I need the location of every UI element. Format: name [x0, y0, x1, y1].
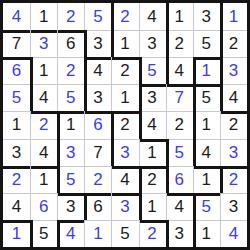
cell-r6c2[interactable]: 4 [30, 139, 57, 166]
cell-r2c6[interactable]: 3 [139, 30, 166, 57]
cell-r5c6[interactable]: 4 [139, 111, 166, 138]
cell-r2c3[interactable]: 6 [57, 30, 84, 57]
cell-r1c2[interactable]: 1 [30, 3, 57, 30]
cell-r1c6[interactable]: 4 [139, 3, 166, 30]
cell-r9c5[interactable]: 5 [111, 220, 138, 247]
cell-r6c4[interactable]: 7 [84, 139, 111, 166]
cell-r4c2[interactable]: 4 [30, 84, 57, 111]
cell-r5c1[interactable]: 1 [3, 111, 30, 138]
cell-r5c8[interactable]: 1 [193, 111, 220, 138]
cell-r7c7[interactable]: 6 [166, 166, 193, 193]
cell-r3c2[interactable]: 1 [30, 57, 57, 84]
cell-r4c4[interactable]: 3 [84, 84, 111, 111]
cell-r4c5[interactable]: 1 [111, 84, 138, 111]
cell-r5c7[interactable]: 2 [166, 111, 193, 138]
cell-r2c1[interactable]: 7 [3, 30, 30, 57]
cell-r7c3[interactable]: 5 [57, 166, 84, 193]
cell-r3c5[interactable]: 2 [111, 57, 138, 84]
cell-r2c9[interactable]: 2 [220, 30, 247, 57]
cell-r8c8[interactable]: 5 [193, 193, 220, 220]
cell-r8c3[interactable]: 3 [57, 193, 84, 220]
cell-r8c7[interactable]: 4 [166, 193, 193, 220]
cell-r8c9[interactable]: 3 [220, 193, 247, 220]
cell-r1c5[interactable]: 2 [111, 3, 138, 30]
cell-r9c1[interactable]: 1 [3, 220, 30, 247]
cell-r2c2[interactable]: 3 [30, 30, 57, 57]
cell-r5c2[interactable]: 2 [30, 111, 57, 138]
cell-r3c8[interactable]: 1 [193, 57, 220, 84]
cell-r7c4[interactable]: 2 [84, 166, 111, 193]
cell-r1c4[interactable]: 5 [84, 3, 111, 30]
cell-r7c9[interactable]: 2 [220, 166, 247, 193]
cell-r2c5[interactable]: 1 [111, 30, 138, 57]
cell-r7c1[interactable]: 2 [3, 166, 30, 193]
cell-r6c1[interactable]: 3 [3, 139, 30, 166]
cell-r2c4[interactable]: 3 [84, 30, 111, 57]
cell-r7c2[interactable]: 1 [30, 166, 57, 193]
cell-r5c9[interactable]: 2 [220, 111, 247, 138]
cell-r4c7[interactable]: 7 [166, 84, 193, 111]
cell-r5c4[interactable]: 6 [84, 111, 111, 138]
cell-r6c6[interactable]: 1 [139, 139, 166, 166]
cell-r5c5[interactable]: 2 [111, 111, 138, 138]
cell-r5c3[interactable]: 1 [57, 111, 84, 138]
cell-r6c7[interactable]: 5 [166, 139, 193, 166]
cell-r4c8[interactable]: 5 [193, 84, 220, 111]
cell-r8c1[interactable]: 4 [3, 193, 30, 220]
cell-r3c4[interactable]: 4 [84, 57, 111, 84]
cell-r9c2[interactable]: 5 [30, 220, 57, 247]
cell-r8c6[interactable]: 1 [139, 193, 166, 220]
cell-r7c8[interactable]: 1 [193, 166, 220, 193]
cell-r3c7[interactable]: 4 [166, 57, 193, 84]
cell-r8c4[interactable]: 6 [84, 193, 111, 220]
suguru-board: 4125241317363132526124254135453137541216… [0, 0, 250, 250]
cell-r2c7[interactable]: 2 [166, 30, 193, 57]
cell-r4c9[interactable]: 4 [220, 84, 247, 111]
cell-r6c9[interactable]: 3 [220, 139, 247, 166]
cell-r9c7[interactable]: 3 [166, 220, 193, 247]
cell-r3c6[interactable]: 5 [139, 57, 166, 84]
cell-r1c7[interactable]: 1 [166, 3, 193, 30]
cell-r9c6[interactable]: 2 [139, 220, 166, 247]
cell-r1c8[interactable]: 3 [193, 3, 220, 30]
cell-r9c4[interactable]: 1 [84, 220, 111, 247]
cell-r1c3[interactable]: 2 [57, 3, 84, 30]
cell-r1c1[interactable]: 4 [3, 3, 30, 30]
cell-r7c5[interactable]: 4 [111, 166, 138, 193]
cell-r3c9[interactable]: 3 [220, 57, 247, 84]
cell-r7c6[interactable]: 2 [139, 166, 166, 193]
cell-r3c3[interactable]: 2 [57, 57, 84, 84]
cell-r6c3[interactable]: 3 [57, 139, 84, 166]
cell-r1c9[interactable]: 1 [220, 3, 247, 30]
cell-r9c9[interactable]: 4 [220, 220, 247, 247]
cell-r4c3[interactable]: 5 [57, 84, 84, 111]
cell-r6c5[interactable]: 3 [111, 139, 138, 166]
cell-r2c8[interactable]: 5 [193, 30, 220, 57]
cell-r6c8[interactable]: 4 [193, 139, 220, 166]
cell-r8c2[interactable]: 6 [30, 193, 57, 220]
cell-r3c1[interactable]: 6 [3, 57, 30, 84]
cell-r4c6[interactable]: 3 [139, 84, 166, 111]
cell-r4c1[interactable]: 5 [3, 84, 30, 111]
cell-r9c8[interactable]: 1 [193, 220, 220, 247]
cell-r8c5[interactable]: 3 [111, 193, 138, 220]
cell-r9c3[interactable]: 4 [57, 220, 84, 247]
